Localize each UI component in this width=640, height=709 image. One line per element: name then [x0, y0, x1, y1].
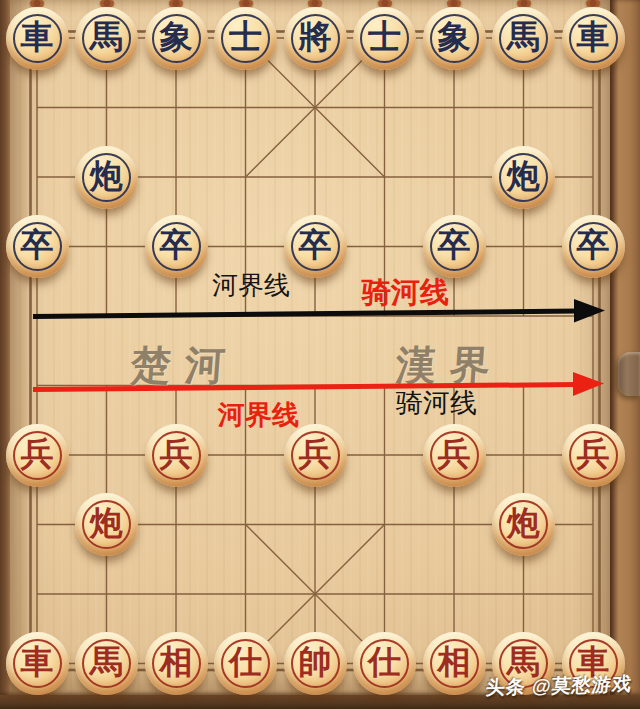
label-bottom-riding-river: 骑河线: [396, 390, 477, 417]
annotation-arrows: [0, 0, 640, 709]
label-bottom-river-boundary: 河界线: [218, 402, 299, 429]
label-top-riding-river: 骑河线: [362, 278, 449, 307]
xiangqi-board: 楚河 漢界 車馬象士將士象馬車炮炮卒卒卒卒卒兵兵兵兵兵炮炮車馬相仕帥仕相馬車 河…: [0, 0, 640, 709]
label-top-river-boundary: 河界线: [212, 272, 290, 298]
watermark: 头条 @莫愁游戏: [485, 671, 634, 701]
red-riverbank-arrow: [33, 372, 604, 396]
black-riverbank-arrow: [33, 299, 605, 323]
